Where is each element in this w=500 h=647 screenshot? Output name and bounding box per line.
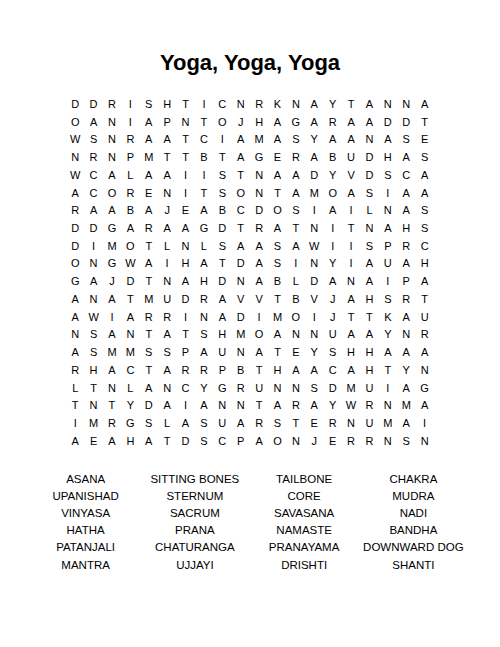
grid-cell[interactable]: A (379, 343, 397, 361)
grid-cell[interactable]: A (140, 166, 158, 184)
grid-cell[interactable]: U (213, 414, 231, 432)
grid-cell[interactable]: B (213, 201, 231, 219)
grid-cell[interactable]: N (84, 396, 102, 414)
grid-cell[interactable]: A (268, 219, 286, 237)
grid-cell[interactable]: T (268, 343, 286, 361)
grid-cell[interactable]: A (140, 379, 158, 397)
grid-cell[interactable]: E (415, 130, 433, 148)
grid-cell[interactable]: A (268, 396, 286, 414)
grid-cell[interactable]: I (103, 308, 121, 326)
grid-cell[interactable]: M (268, 308, 286, 326)
grid-cell[interactable]: H (121, 432, 139, 450)
grid-cell[interactable]: H (195, 272, 213, 290)
grid-cell[interactable]: G (213, 379, 231, 397)
grid-cell[interactable]: S (268, 255, 286, 273)
grid-cell[interactable]: M (84, 414, 102, 432)
grid-cell[interactable]: A (158, 361, 176, 379)
grid-cell[interactable]: N (287, 379, 305, 397)
grid-cell[interactable]: I (323, 237, 341, 255)
grid-cell[interactable]: A (360, 95, 378, 113)
grid-cell[interactable]: D (66, 219, 84, 237)
grid-cell[interactable]: J (158, 201, 176, 219)
grid-cell[interactable]: A (158, 326, 176, 344)
grid-cell[interactable]: S (415, 219, 433, 237)
grid-cell[interactable]: S (84, 130, 102, 148)
grid-cell[interactable]: S (287, 201, 305, 219)
grid-cell[interactable]: T (250, 396, 268, 414)
grid-cell[interactable]: P (213, 361, 231, 379)
grid-cell[interactable]: A (158, 396, 176, 414)
grid-cell[interactable]: A (415, 95, 433, 113)
grid-cell[interactable]: A (232, 130, 250, 148)
grid-cell[interactable]: N (415, 432, 433, 450)
grid-cell[interactable]: I (250, 308, 268, 326)
grid-cell[interactable]: T (66, 396, 84, 414)
grid-cell[interactable]: L (158, 414, 176, 432)
grid-cell[interactable]: L (158, 237, 176, 255)
grid-cell[interactable]: N (176, 237, 194, 255)
grid-cell[interactable]: S (195, 326, 213, 344)
grid-cell[interactable]: L (66, 379, 84, 397)
grid-cell[interactable]: T (121, 290, 139, 308)
grid-cell[interactable]: I (121, 113, 139, 131)
grid-cell[interactable]: S (195, 432, 213, 450)
grid-cell[interactable]: A (360, 326, 378, 344)
grid-cell[interactable]: S (140, 414, 158, 432)
grid-cell[interactable]: D (323, 379, 341, 397)
grid-cell[interactable]: A (323, 201, 341, 219)
grid-cell[interactable]: A (360, 255, 378, 273)
grid-cell[interactable]: I (342, 237, 360, 255)
grid-cell[interactable]: V (342, 166, 360, 184)
grid-cell[interactable]: D (360, 166, 378, 184)
grid-cell[interactable]: H (360, 290, 378, 308)
grid-cell[interactable]: D (305, 166, 323, 184)
grid-cell[interactable]: A (250, 343, 268, 361)
grid-cell[interactable]: C (84, 166, 102, 184)
grid-cell[interactable]: W (305, 237, 323, 255)
grid-cell[interactable]: N (379, 396, 397, 414)
grid-cell[interactable]: A (158, 166, 176, 184)
grid-cell[interactable]: M (232, 326, 250, 344)
grid-cell[interactable]: R (195, 361, 213, 379)
grid-cell[interactable]: C (232, 201, 250, 219)
grid-cell[interactable]: R (250, 414, 268, 432)
grid-cell[interactable]: L (360, 201, 378, 219)
grid-cell[interactable]: S (360, 184, 378, 202)
grid-cell[interactable]: D (397, 113, 415, 131)
grid-cell[interactable]: J (103, 272, 121, 290)
grid-cell[interactable]: R (287, 148, 305, 166)
grid-cell[interactable]: E (84, 432, 102, 450)
grid-cell[interactable]: C (213, 432, 231, 450)
grid-cell[interactable]: N (84, 290, 102, 308)
grid-cell[interactable]: M (397, 396, 415, 414)
grid-cell[interactable]: A (287, 237, 305, 255)
grid-cell[interactable]: N (342, 272, 360, 290)
grid-cell[interactable]: O (66, 255, 84, 273)
grid-cell[interactable]: O (66, 113, 84, 131)
grid-cell[interactable]: U (158, 290, 176, 308)
grid-cell[interactable]: M (305, 184, 323, 202)
grid-cell[interactable]: U (360, 379, 378, 397)
grid-cell[interactable]: T (415, 290, 433, 308)
grid-cell[interactable]: O (287, 308, 305, 326)
grid-cell[interactable]: T (232, 219, 250, 237)
grid-cell[interactable]: A (103, 201, 121, 219)
grid-cell[interactable]: H (84, 361, 102, 379)
grid-cell[interactable]: M (140, 148, 158, 166)
grid-cell[interactable]: H (379, 148, 397, 166)
grid-cell[interactable]: P (397, 272, 415, 290)
grid-cell[interactable]: G (121, 414, 139, 432)
grid-cell[interactable]: M (379, 414, 397, 432)
grid-cell[interactable]: G (103, 219, 121, 237)
grid-cell[interactable]: M (342, 379, 360, 397)
grid-cell[interactable]: S (287, 130, 305, 148)
grid-cell[interactable]: N (232, 272, 250, 290)
grid-cell[interactable]: Y (323, 255, 341, 273)
grid-cell[interactable]: P (121, 148, 139, 166)
grid-cell[interactable]: A (232, 237, 250, 255)
grid-cell[interactable]: O (213, 113, 231, 131)
grid-cell[interactable]: A (305, 95, 323, 113)
grid-cell[interactable]: N (305, 326, 323, 344)
grid-cell[interactable]: A (195, 201, 213, 219)
grid-cell[interactable]: O (268, 432, 286, 450)
grid-cell[interactable]: D (176, 432, 194, 450)
grid-cell[interactable]: A (379, 130, 397, 148)
grid-cell[interactable]: A (415, 272, 433, 290)
grid-cell[interactable]: A (250, 237, 268, 255)
grid-cell[interactable]: R (121, 184, 139, 202)
grid-cell[interactable]: A (195, 255, 213, 273)
grid-cell[interactable]: T (195, 184, 213, 202)
grid-cell[interactable]: Y (305, 343, 323, 361)
grid-cell[interactable]: H (342, 343, 360, 361)
grid-cell[interactable]: G (66, 272, 84, 290)
grid-cell[interactable]: I (195, 166, 213, 184)
grid-cell[interactable]: O (268, 201, 286, 219)
grid-cell[interactable]: W (121, 255, 139, 273)
grid-cell[interactable]: I (176, 166, 194, 184)
grid-cell[interactable]: G (195, 219, 213, 237)
grid-cell[interactable]: T (84, 379, 102, 397)
grid-cell[interactable]: U (342, 148, 360, 166)
grid-cell[interactable]: T (250, 361, 268, 379)
grid-cell[interactable]: G (287, 113, 305, 131)
grid-cell[interactable]: R (66, 361, 84, 379)
grid-cell[interactable]: S (397, 432, 415, 450)
grid-cell[interactable]: A (195, 396, 213, 414)
grid-cell[interactable]: Y (195, 379, 213, 397)
grid-cell[interactable]: A (66, 184, 84, 202)
grid-cell[interactable]: A (176, 219, 194, 237)
grid-cell[interactable]: S (195, 414, 213, 432)
grid-cell[interactable]: L (121, 379, 139, 397)
grid-cell[interactable]: H (250, 113, 268, 131)
grid-cell[interactable]: R (397, 290, 415, 308)
grid-cell[interactable]: A (103, 361, 121, 379)
grid-cell[interactable]: A (305, 113, 323, 131)
grid-cell[interactable]: N (250, 184, 268, 202)
grid-cell[interactable]: A (84, 113, 102, 131)
grid-cell[interactable]: N (287, 432, 305, 450)
grid-cell[interactable]: N (268, 379, 286, 397)
grid-cell[interactable]: Y (323, 95, 341, 113)
grid-cell[interactable]: A (415, 343, 433, 361)
grid-cell[interactable]: N (397, 95, 415, 113)
grid-cell[interactable]: A (415, 166, 433, 184)
grid-cell[interactable]: E (305, 414, 323, 432)
grid-cell[interactable]: O (121, 237, 139, 255)
grid-cell[interactable]: R (360, 432, 378, 450)
grid-cell[interactable]: Y (323, 396, 341, 414)
grid-cell[interactable]: N (342, 414, 360, 432)
grid-cell[interactable]: P (379, 237, 397, 255)
grid-cell[interactable]: I (66, 414, 84, 432)
grid-cell[interactable]: T (268, 290, 286, 308)
grid-cell[interactable]: H (415, 255, 433, 273)
grid-cell[interactable]: A (268, 166, 286, 184)
grid-cell[interactable]: I (176, 184, 194, 202)
grid-cell[interactable]: R (250, 95, 268, 113)
grid-cell[interactable]: G (415, 379, 433, 397)
grid-cell[interactable]: S (379, 290, 397, 308)
grid-cell[interactable]: N (103, 130, 121, 148)
grid-cell[interactable]: T (379, 361, 397, 379)
grid-cell[interactable]: S (84, 326, 102, 344)
grid-cell[interactable]: N (232, 95, 250, 113)
grid-cell[interactable]: B (323, 148, 341, 166)
grid-cell[interactable]: A (268, 130, 286, 148)
grid-cell[interactable]: A (213, 308, 231, 326)
grid-cell[interactable]: I (379, 184, 397, 202)
grid-cell[interactable]: P (158, 113, 176, 131)
grid-cell[interactable]: U (323, 326, 341, 344)
grid-cell[interactable]: A (66, 343, 84, 361)
grid-cell[interactable]: A (342, 184, 360, 202)
grid-cell[interactable]: N (158, 272, 176, 290)
grid-cell[interactable]: A (66, 432, 84, 450)
grid-cell[interactable]: A (415, 396, 433, 414)
grid-cell[interactable]: S (360, 237, 378, 255)
grid-cell[interactable]: I (342, 201, 360, 219)
grid-cell[interactable]: W (342, 396, 360, 414)
grid-cell[interactable]: M (140, 290, 158, 308)
grid-cell[interactable]: D (213, 219, 231, 237)
grid-cell[interactable]: T (342, 95, 360, 113)
grid-cell[interactable]: C (84, 184, 102, 202)
grid-cell[interactable]: E (268, 148, 286, 166)
grid-cell[interactable]: A (158, 219, 176, 237)
grid-cell[interactable]: N (84, 255, 102, 273)
grid-cell[interactable]: A (397, 184, 415, 202)
grid-cell[interactable]: S (397, 130, 415, 148)
grid-cell[interactable]: T (158, 148, 176, 166)
grid-cell[interactable]: K (379, 308, 397, 326)
grid-cell[interactable]: A (121, 308, 139, 326)
grid-cell[interactable]: T (213, 255, 231, 273)
grid-cell[interactable]: D (213, 272, 231, 290)
grid-cell[interactable]: W (66, 130, 84, 148)
grid-cell[interactable]: A (287, 184, 305, 202)
grid-cell[interactable]: H (176, 255, 194, 273)
grid-cell[interactable]: D (66, 95, 84, 113)
grid-cell[interactable]: N (360, 219, 378, 237)
grid-cell[interactable]: R (140, 219, 158, 237)
grid-cell[interactable]: T (140, 272, 158, 290)
grid-cell[interactable]: A (140, 432, 158, 450)
grid-cell[interactable]: L (287, 272, 305, 290)
grid-cell[interactable]: T (232, 166, 250, 184)
grid-cell[interactable]: D (176, 290, 194, 308)
grid-cell[interactable]: U (360, 414, 378, 432)
grid-cell[interactable]: Y (397, 361, 415, 379)
grid-cell[interactable]: E (323, 432, 341, 450)
grid-cell[interactable]: I (213, 130, 231, 148)
grid-cell[interactable]: A (84, 201, 102, 219)
grid-cell[interactable]: A (103, 290, 121, 308)
grid-cell[interactable]: A (342, 130, 360, 148)
grid-cell[interactable]: I (121, 95, 139, 113)
grid-cell[interactable]: I (305, 308, 323, 326)
grid-cell[interactable]: C (213, 95, 231, 113)
grid-cell[interactable]: S (379, 166, 397, 184)
grid-cell[interactable]: N (103, 379, 121, 397)
grid-cell[interactable]: A (397, 379, 415, 397)
grid-cell[interactable]: R (103, 414, 121, 432)
grid-cell[interactable]: N (379, 95, 397, 113)
grid-cell[interactable]: O (232, 184, 250, 202)
grid-cell[interactable]: Y (121, 396, 139, 414)
grid-cell[interactable]: D (84, 219, 102, 237)
grid-cell[interactable]: V (305, 290, 323, 308)
grid-cell[interactable]: M (103, 237, 121, 255)
grid-cell[interactable]: A (287, 166, 305, 184)
grid-cell[interactable]: R (323, 414, 341, 432)
grid-cell[interactable]: N (121, 326, 139, 344)
grid-cell[interactable]: I (195, 95, 213, 113)
grid-cell[interactable]: R (287, 396, 305, 414)
grid-cell[interactable]: A (66, 308, 84, 326)
grid-cell[interactable]: S (84, 343, 102, 361)
grid-cell[interactable]: I (305, 201, 323, 219)
grid-cell[interactable]: D (360, 148, 378, 166)
grid-cell[interactable]: A (213, 290, 231, 308)
grid-cell[interactable]: R (195, 290, 213, 308)
grid-cell[interactable]: R (360, 396, 378, 414)
grid-cell[interactable]: A (342, 361, 360, 379)
grid-cell[interactable]: T (176, 326, 194, 344)
grid-cell[interactable]: A (103, 166, 121, 184)
grid-cell[interactable]: S (213, 166, 231, 184)
grid-cell[interactable]: B (232, 361, 250, 379)
grid-cell[interactable]: I (379, 379, 397, 397)
grid-cell[interactable]: T (158, 432, 176, 450)
grid-cell[interactable]: I (379, 272, 397, 290)
grid-cell[interactable]: A (176, 272, 194, 290)
grid-cell[interactable]: M (121, 343, 139, 361)
grid-cell[interactable]: T (342, 308, 360, 326)
grid-cell[interactable]: A (103, 432, 121, 450)
grid-cell[interactable]: D (84, 95, 102, 113)
grid-cell[interactable]: H (213, 326, 231, 344)
grid-cell[interactable]: S (213, 184, 231, 202)
grid-cell[interactable]: N (66, 148, 84, 166)
grid-cell[interactable]: A (360, 113, 378, 131)
grid-cell[interactable]: N (232, 396, 250, 414)
grid-cell[interactable]: C (415, 237, 433, 255)
grid-cell[interactable]: E (140, 184, 158, 202)
grid-cell[interactable]: S (323, 343, 341, 361)
grid-cell[interactable]: O (103, 184, 121, 202)
grid-cell[interactable]: D (305, 272, 323, 290)
grid-cell[interactable]: T (268, 184, 286, 202)
grid-cell[interactable]: T (360, 308, 378, 326)
grid-cell[interactable]: A (140, 255, 158, 273)
grid-cell[interactable]: Y (379, 326, 397, 344)
grid-cell[interactable]: S (213, 237, 231, 255)
grid-cell[interactable]: A (140, 113, 158, 131)
grid-cell[interactable]: N (103, 113, 121, 131)
grid-cell[interactable]: D (121, 272, 139, 290)
grid-cell[interactable]: T (342, 219, 360, 237)
grid-cell[interactable]: R (140, 308, 158, 326)
grid-cell[interactable]: T (415, 113, 433, 131)
grid-cell[interactable]: K (268, 95, 286, 113)
grid-cell[interactable]: C (397, 166, 415, 184)
grid-cell[interactable]: A (66, 290, 84, 308)
grid-cell[interactable]: N (232, 343, 250, 361)
grid-cell[interactable]: W (66, 166, 84, 184)
grid-cell[interactable]: T (176, 130, 194, 148)
grid-cell[interactable]: N (250, 166, 268, 184)
grid-cell[interactable]: N (176, 113, 194, 131)
grid-cell[interactable]: A (397, 414, 415, 432)
grid-cell[interactable]: A (397, 308, 415, 326)
grid-cell[interactable]: T (140, 237, 158, 255)
grid-cell[interactable]: R (158, 308, 176, 326)
grid-cell[interactable]: I (158, 255, 176, 273)
grid-cell[interactable]: D (232, 308, 250, 326)
grid-cell[interactable]: L (195, 237, 213, 255)
grid-cell[interactable]: I (84, 237, 102, 255)
grid-cell[interactable]: R (250, 219, 268, 237)
grid-cell[interactable]: C (121, 361, 139, 379)
grid-cell[interactable]: N (379, 201, 397, 219)
grid-cell[interactable]: N (397, 326, 415, 344)
grid-cell[interactable]: T (213, 148, 231, 166)
grid-cell[interactable]: S (140, 95, 158, 113)
grid-cell[interactable]: A (103, 326, 121, 344)
grid-cell[interactable]: V (232, 290, 250, 308)
grid-cell[interactable]: A (415, 184, 433, 202)
grid-cell[interactable]: A (250, 272, 268, 290)
grid-cell[interactable]: G (250, 148, 268, 166)
grid-cell[interactable]: A (323, 272, 341, 290)
grid-cell[interactable]: L (121, 166, 139, 184)
grid-cell[interactable]: R (397, 237, 415, 255)
grid-cell[interactable]: T (176, 95, 194, 113)
grid-cell[interactable]: D (232, 255, 250, 273)
grid-cell[interactable]: R (176, 361, 194, 379)
grid-cell[interactable]: P (176, 343, 194, 361)
grid-cell[interactable]: S (415, 201, 433, 219)
grid-cell[interactable]: N (158, 184, 176, 202)
grid-cell[interactable]: M (103, 343, 121, 361)
grid-cell[interactable]: B (268, 272, 286, 290)
